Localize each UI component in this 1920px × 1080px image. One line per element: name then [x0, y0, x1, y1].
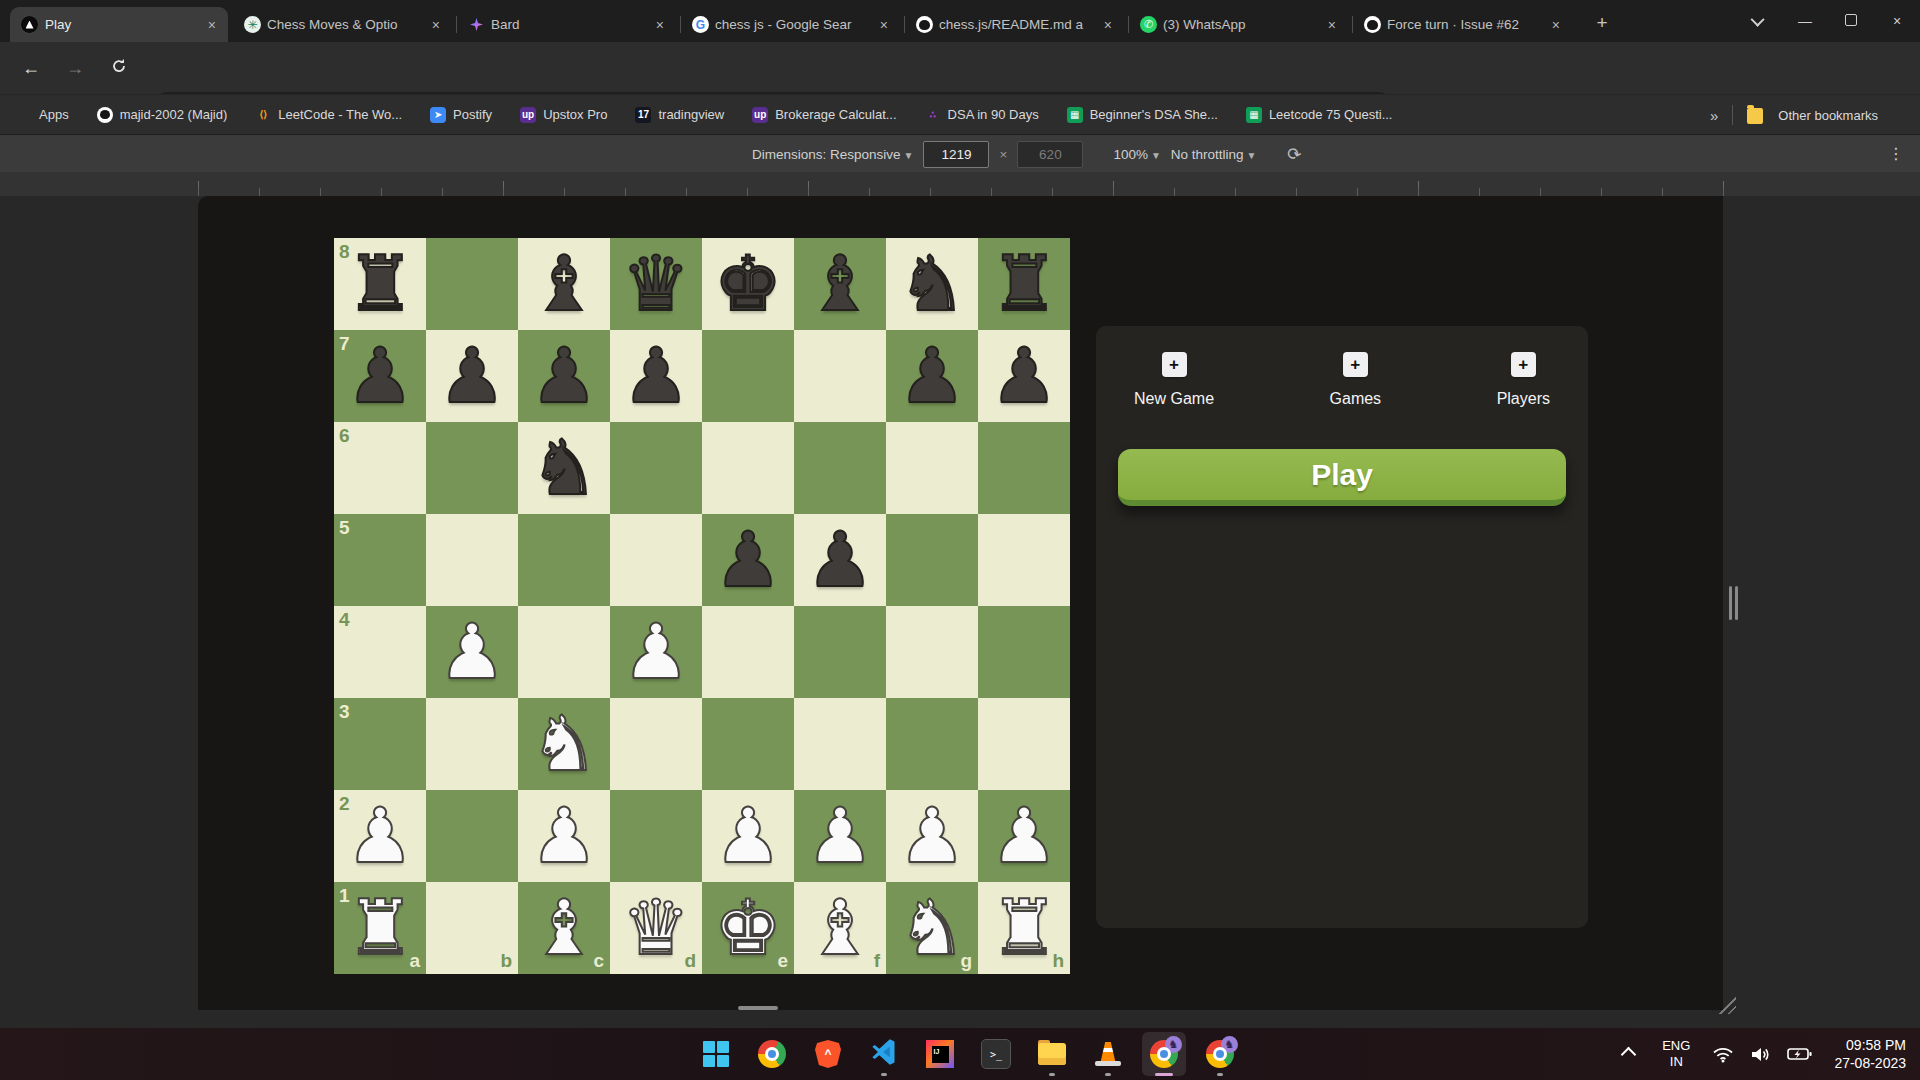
github-icon: [916, 16, 933, 33]
tab-play[interactable]: Play×: [10, 7, 228, 42]
tab-force-turn-issue-62[interactable]: Force turn · Issue #62×: [1354, 7, 1572, 42]
file-label: a: [409, 950, 420, 972]
taskbar-intellij-icon[interactable]: IJ: [912, 1030, 968, 1078]
games-action[interactable]: +Games: [1330, 352, 1382, 408]
browser-tab-strip: Play×✳Chess Moves & Optio×Bard×Gchess js…: [0, 0, 1920, 42]
folder-icon: [1747, 108, 1763, 124]
running-indicator: [1049, 1073, 1055, 1076]
devtools-menu-icon[interactable]: ⋮: [1888, 144, 1904, 163]
running-indicator: [1155, 1073, 1173, 1076]
bookmarks-list: Appsmajid-2002 (Majid)⟨⟩LeetCode - The W…: [16, 107, 1420, 123]
square-h1[interactable]: h♜: [978, 882, 1070, 974]
browser-toolbar: ← → i localhost:3000/play ☆ ⚛✋≈C:✚♞⋮: [0, 42, 1920, 94]
square-a7[interactable]: 7♟: [334, 330, 426, 422]
square-d8[interactable]: ♛: [610, 238, 702, 330]
square-d1[interactable]: d♛: [610, 882, 702, 974]
running-indicator: [881, 1073, 887, 1076]
google-icon: G: [692, 16, 709, 33]
chess-board[interactable]: 8♜♝♛♚♝♞♜7♟♟♟♟♟♟6♞5♟♟4♟♟3♞2♟♟♟♟♟♟1a♜bc♝d♛…: [334, 238, 1070, 974]
bookmark-beginner-s-dsa-she[interactable]: ▦Beginner's DSA She...: [1067, 107, 1218, 123]
square-e2[interactable]: ♟: [702, 790, 794, 882]
square-h2[interactable]: ♟: [978, 790, 1070, 882]
square-c2[interactable]: ♟: [518, 790, 610, 882]
rank-label: 3: [339, 701, 350, 723]
bookmark-label: Postify: [453, 107, 492, 122]
tab-3-whatsapp[interactable]: ✆(3) WhatsApp×: [1130, 7, 1348, 42]
viewport-width-input[interactable]: 1219: [923, 141, 989, 168]
piece-black-pawn[interactable]: ♟: [530, 330, 598, 422]
square-f6[interactable]: [794, 422, 886, 514]
piece-white-rook[interactable]: ♜: [346, 882, 414, 974]
players-action[interactable]: +Players: [1497, 352, 1550, 408]
piece-white-pawn[interactable]: ♟: [806, 790, 874, 882]
zoom-dropdown[interactable]: 100%▼: [1113, 147, 1160, 162]
tab-title: Force turn · Issue #62: [1387, 17, 1544, 32]
piece-black-pawn[interactable]: ♟: [714, 514, 782, 606]
square-h3[interactable]: [978, 698, 1070, 790]
tab-title: Bard: [491, 17, 648, 32]
square-d3[interactable]: [610, 698, 702, 790]
square-d6[interactable]: [610, 422, 702, 514]
tab-close-icon[interactable]: ×: [430, 17, 442, 33]
taskbar-vlc-icon[interactable]: [1080, 1030, 1136, 1078]
bookmark-label: Beginner's DSA She...: [1090, 107, 1218, 122]
piece-white-rook[interactable]: ♜: [990, 882, 1058, 974]
sheets-icon: ▦: [1246, 107, 1262, 123]
square-f2[interactable]: ♟: [794, 790, 886, 882]
square-d5[interactable]: [610, 514, 702, 606]
piece-white-pawn[interactable]: ♟: [346, 790, 414, 882]
play-icon: [20, 15, 39, 34]
devtools-content-area: 8♜♝♛♚♝♞♜7♟♟♟♟♟♟6♞5♟♟4♟♟3♞2♟♟♟♟♟♟1a♜bc♝d♛…: [0, 196, 1920, 1028]
maximize-button[interactable]: [1828, 13, 1874, 29]
square-c6[interactable]: ♞: [518, 422, 610, 514]
hidden-icons-chevron[interactable]: [1621, 1046, 1637, 1062]
piece-black-knight[interactable]: ♞: [898, 238, 966, 330]
tab-close-icon[interactable]: ×: [1102, 17, 1114, 33]
bookmark-brokerage-calculat[interactable]: upBrokerage Calculat...: [752, 107, 896, 123]
tab-chess-js-readme-md-a[interactable]: chess.js/README.md a×: [906, 7, 1124, 42]
chatgpt-icon: ✳: [244, 16, 261, 33]
square-e5[interactable]: ♟: [702, 514, 794, 606]
file-label: h: [1052, 950, 1064, 972]
square-b5[interactable]: [426, 514, 518, 606]
bookmarks-right: » Other bookmarks: [1710, 95, 1906, 135]
square-a6[interactable]: 6: [334, 422, 426, 514]
square-a3[interactable]: 3: [334, 698, 426, 790]
piece-white-king[interactable]: ♚: [714, 882, 782, 974]
play-button[interactable]: Play: [1118, 449, 1566, 506]
square-e7[interactable]: [702, 330, 794, 422]
upstox-icon: up: [752, 107, 768, 123]
square-a8[interactable]: 8♜: [334, 238, 426, 330]
new-game-action[interactable]: +New Game: [1134, 352, 1214, 408]
square-h8[interactable]: ♜: [978, 238, 1070, 330]
sheets-icon: ▦: [1067, 107, 1083, 123]
square-f8[interactable]: ♝: [794, 238, 886, 330]
action-label: Games: [1330, 390, 1382, 408]
apps-icon: [16, 107, 32, 123]
tab-close-icon[interactable]: ×: [1550, 17, 1562, 33]
piece-white-pawn[interactable]: ♟: [990, 790, 1058, 882]
square-c4[interactable]: [518, 606, 610, 698]
square-e1[interactable]: e♚: [702, 882, 794, 974]
file-label: g: [960, 950, 972, 972]
bookmarks-bar: Appsmajid-2002 (Majid)⟨⟩LeetCode - The W…: [0, 94, 1920, 134]
square-e4[interactable]: [702, 606, 794, 698]
viewport-resize-handle-bottom[interactable]: [738, 1006, 778, 1010]
square-a2[interactable]: 2♟: [334, 790, 426, 882]
bookmark-label: Brokerage Calculat...: [775, 107, 896, 122]
tab-list-chevron-icon[interactable]: [1736, 13, 1782, 29]
square-b4[interactable]: ♟: [426, 606, 518, 698]
bookmark-dsa-in-90-days[interactable]: ∴DSA in 90 Days: [925, 107, 1039, 123]
bookmarks-overflow-chevron[interactable]: »: [1710, 107, 1718, 124]
square-c8[interactable]: ♝: [518, 238, 610, 330]
piece-white-bishop[interactable]: ♝: [806, 882, 874, 974]
windows-taskbar: ^IJ>_♞♞ ENGIN 09:58 PM27-08-2023: [0, 1028, 1920, 1080]
square-a5[interactable]: 5: [334, 514, 426, 606]
battery-charging-icon[interactable]: [1787, 1047, 1812, 1061]
square-f1[interactable]: f♝: [794, 882, 886, 974]
dimensions-dropdown[interactable]: Dimensions: Responsive▼: [752, 147, 913, 162]
dimensions-times: ×: [999, 147, 1007, 162]
volume-icon[interactable]: [1750, 1046, 1771, 1063]
bookmark-postify[interactable]: ➤Postify: [430, 107, 492, 123]
piece-black-pawn[interactable]: ♟: [346, 330, 414, 422]
square-b6[interactable]: [426, 422, 518, 514]
file-label: e: [777, 950, 788, 972]
square-g2[interactable]: ♟: [886, 790, 978, 882]
leetcode-icon: ⟨⟩: [255, 107, 271, 123]
file-label: b: [500, 950, 512, 972]
piece-white-pawn[interactable]: ♟: [714, 790, 782, 882]
panel-actions: +New Game+Games+Players: [1096, 326, 1588, 408]
bookmark-label: Leetcode 75 Questi...: [1269, 107, 1393, 122]
square-e3[interactable]: [702, 698, 794, 790]
square-d4[interactable]: ♟: [610, 606, 702, 698]
rank-label: 1: [339, 885, 350, 907]
bookmark-apps[interactable]: Apps: [16, 107, 69, 123]
file-label: c: [593, 950, 604, 972]
profile-badge: ♞: [1165, 1036, 1182, 1053]
square-h7[interactable]: ♟: [978, 330, 1070, 422]
square-g7[interactable]: ♟: [886, 330, 978, 422]
desktop-screen: Play×✳Chess Moves & Optio×Bard×Gchess js…: [0, 0, 1920, 1080]
page-viewport: 8♜♝♛♚♝♞♜7♟♟♟♟♟♟6♞5♟♟4♟♟3♞2♟♟♟♟♟♟1a♜bc♝d♛…: [198, 196, 1723, 1010]
piece-black-pawn[interactable]: ♟: [806, 514, 874, 606]
tab-title: Play: [45, 17, 200, 32]
rank-label: 8: [339, 241, 350, 263]
square-b3[interactable]: [426, 698, 518, 790]
wifi-icon[interactable]: [1712, 1046, 1734, 1063]
plus-icon[interactable]: +: [1343, 352, 1368, 377]
square-b2[interactable]: [426, 790, 518, 882]
upstox-icon: up: [520, 107, 536, 123]
file-label: f: [874, 950, 880, 972]
piece-white-knight[interactable]: ♞: [898, 882, 966, 974]
tradingview-icon: 17: [635, 107, 651, 123]
piece-white-pawn[interactable]: ♟: [530, 790, 598, 882]
taskbar-chrome-profile-icon[interactable]: ♞: [1136, 1030, 1192, 1078]
square-f3[interactable]: [794, 698, 886, 790]
square-d7[interactable]: ♟: [610, 330, 702, 422]
piece-black-rook[interactable]: ♜: [990, 238, 1058, 330]
square-d2[interactable]: [610, 790, 702, 882]
piece-white-bishop[interactable]: ♝: [530, 882, 598, 974]
taskbar-windows-start-icon[interactable]: [688, 1030, 744, 1078]
tab-chess-moves-optio[interactable]: ✳Chess Moves & Optio×: [234, 7, 452, 42]
piece-white-queen[interactable]: ♛: [622, 882, 690, 974]
square-a1[interactable]: 1a♜: [334, 882, 426, 974]
bookmark-label: LeetCode - The Wo...: [278, 107, 402, 122]
piece-black-pawn[interactable]: ♟: [622, 330, 690, 422]
square-b8[interactable]: [426, 238, 518, 330]
taskbar-vscode-icon[interactable]: [856, 1030, 912, 1078]
taskbar-brave-icon[interactable]: ^: [800, 1030, 856, 1078]
square-c5[interactable]: [518, 514, 610, 606]
devtools-device-toolbar: Dimensions: Responsive▼ 1219 × 620 100%▼…: [0, 134, 1920, 173]
square-b1[interactable]: b: [426, 882, 518, 974]
tab-bard[interactable]: Bard×: [458, 7, 676, 42]
piece-black-pawn[interactable]: ♟: [898, 330, 966, 422]
rank-label: 2: [339, 793, 350, 815]
square-h5[interactable]: [978, 514, 1070, 606]
language-indicator[interactable]: ENGIN: [1662, 1038, 1690, 1071]
viewport-resize-handle-right[interactable]: [1726, 586, 1740, 620]
forward-icon[interactable]: →: [62, 55, 88, 81]
action-label: New Game: [1134, 390, 1214, 408]
window-controls: — ×: [1736, 0, 1920, 42]
tab-title: Chess Moves & Optio: [267, 17, 424, 32]
rank-label: 6: [339, 425, 350, 447]
rank-label: 7: [339, 333, 350, 355]
tab-chess-js-google-sear[interactable]: Gchess js - Google Sear×: [682, 7, 900, 42]
square-g4[interactable]: [886, 606, 978, 698]
game-side-panel: +New Game+Games+Players Play: [1096, 326, 1588, 928]
bookmark-label: majid-2002 (Majid): [120, 107, 228, 122]
piece-black-queen[interactable]: ♛: [622, 238, 690, 330]
square-e6[interactable]: [702, 422, 794, 514]
bookmark-tradingview[interactable]: 17tradingview: [635, 107, 724, 123]
piece-black-rook[interactable]: ♜: [346, 238, 414, 330]
piece-white-pawn[interactable]: ♟: [898, 790, 966, 882]
bard-icon: [468, 16, 485, 33]
square-b7[interactable]: ♟: [426, 330, 518, 422]
github-icon: [1364, 16, 1381, 33]
square-g6[interactable]: [886, 422, 978, 514]
throttling-dropdown[interactable]: No throttling▼: [1171, 147, 1257, 162]
square-a4[interactable]: 4: [334, 606, 426, 698]
piece-black-bishop[interactable]: ♝: [530, 238, 598, 330]
taskbar-clock[interactable]: 09:58 PM27-08-2023: [1834, 1036, 1906, 1072]
taskbar-file-explorer-icon[interactable]: [1024, 1030, 1080, 1078]
piece-black-pawn[interactable]: ♟: [990, 330, 1058, 422]
taskbar-icons: ^IJ>_♞♞: [688, 1028, 1248, 1080]
whatsapp-icon: ✆: [1140, 16, 1157, 33]
bookmark-label: DSA in 90 Days: [948, 107, 1039, 122]
other-bookmarks-button[interactable]: Other bookmarks: [1747, 106, 1878, 124]
rank-label: 4: [339, 609, 350, 631]
square-g1[interactable]: g♞: [886, 882, 978, 974]
devtools-ruler: [0, 172, 1920, 197]
bookmark-leetcode-75-questi[interactable]: ▦Leetcode 75 Questi...: [1246, 107, 1393, 123]
square-h4[interactable]: [978, 606, 1070, 698]
new-tab-button[interactable]: +: [1588, 10, 1616, 38]
github-icon: [97, 107, 113, 123]
square-g5[interactable]: [886, 514, 978, 606]
back-icon[interactable]: ←: [18, 55, 44, 81]
piece-black-bishop[interactable]: ♝: [806, 238, 874, 330]
tab-close-icon[interactable]: ×: [878, 17, 890, 33]
square-h6[interactable]: [978, 422, 1070, 514]
piece-white-knight[interactable]: ♞: [530, 698, 598, 790]
taskbar-chrome-profile-icon[interactable]: ♞: [1192, 1030, 1248, 1078]
reload-icon[interactable]: [106, 55, 132, 81]
tab-close-icon[interactable]: ×: [654, 17, 666, 33]
rotate-viewport-icon[interactable]: ⟳: [1284, 142, 1303, 166]
bookmark-label: Apps: [39, 107, 69, 122]
piece-black-king[interactable]: ♚: [714, 238, 782, 330]
tab-close-icon[interactable]: ×: [206, 17, 218, 33]
running-indicator: [1217, 1073, 1223, 1076]
square-f5[interactable]: ♟: [794, 514, 886, 606]
plus-icon[interactable]: +: [1511, 352, 1536, 377]
bookmark-label: tradingview: [658, 107, 724, 122]
dsa-icon: ∴: [925, 107, 941, 123]
piece-white-pawn[interactable]: ♟: [622, 606, 690, 698]
close-button[interactable]: ×: [1874, 13, 1920, 29]
bookmark-majid-2002-majid[interactable]: majid-2002 (Majid): [97, 107, 228, 123]
profile-badge: ♞: [1221, 1036, 1238, 1053]
piece-black-pawn[interactable]: ♟: [438, 330, 506, 422]
rank-label: 5: [339, 517, 350, 539]
tab-title: chess js - Google Sear: [715, 17, 872, 32]
square-f4[interactable]: [794, 606, 886, 698]
taskbar-terminal-icon[interactable]: >_: [968, 1030, 1024, 1078]
bookmark-leetcode-the-wo[interactable]: ⟨⟩LeetCode - The Wo...: [255, 107, 402, 123]
plus-icon[interactable]: +: [1162, 352, 1187, 377]
viewport-height-input[interactable]: 620: [1017, 141, 1083, 168]
square-c3[interactable]: ♞: [518, 698, 610, 790]
postify-icon: ➤: [430, 107, 446, 123]
square-g8[interactable]: ♞: [886, 238, 978, 330]
tab-close-icon[interactable]: ×: [1326, 17, 1338, 33]
running-indicator: [1105, 1073, 1111, 1076]
piece-white-pawn[interactable]: ♟: [438, 606, 506, 698]
square-c1[interactable]: c♝: [518, 882, 610, 974]
square-e8[interactable]: ♚: [702, 238, 794, 330]
bookmark-label: Upstox Pro: [543, 107, 607, 122]
square-f7[interactable]: [794, 330, 886, 422]
piece-black-knight[interactable]: ♞: [530, 422, 598, 514]
taskbar-chrome-icon[interactable]: [744, 1030, 800, 1078]
square-c7[interactable]: ♟: [518, 330, 610, 422]
system-tray: ENGIN 09:58 PM27-08-2023: [1623, 1028, 1920, 1080]
action-label: Players: [1497, 390, 1550, 408]
tab-title: chess.js/README.md a: [939, 17, 1096, 32]
minimize-button[interactable]: —: [1782, 13, 1828, 29]
square-g3[interactable]: [886, 698, 978, 790]
tab-title: (3) WhatsApp: [1163, 17, 1320, 32]
bookmark-upstox-pro[interactable]: upUpstox Pro: [520, 107, 607, 123]
file-label: d: [684, 950, 696, 972]
